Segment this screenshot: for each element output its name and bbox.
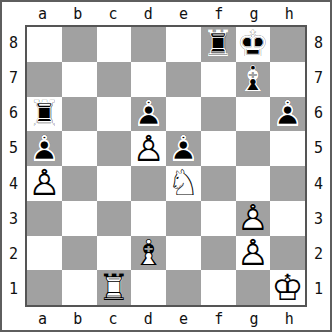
square-h8[interactable] xyxy=(270,27,305,62)
square-g6[interactable] xyxy=(236,97,271,132)
black-pawn-fill-glyph: ♟ xyxy=(27,131,62,166)
rank-label-right-5: 5 xyxy=(307,131,330,166)
black-pawn-outline-glyph: ♙ xyxy=(166,131,201,166)
black-rook-outline-glyph: ♖ xyxy=(27,97,62,132)
square-g3[interactable]: ♟♙ xyxy=(236,201,271,236)
square-g7[interactable]: ♝♗ xyxy=(236,62,271,97)
file-label-top-a: a xyxy=(25,2,60,25)
file-label-bottom-f: f xyxy=(201,307,236,330)
rank-label-left-2: 2 xyxy=(2,237,25,272)
square-c6[interactable] xyxy=(97,97,132,132)
square-h2[interactable] xyxy=(270,236,305,271)
square-d8[interactable] xyxy=(131,27,166,62)
file-label-top-d: d xyxy=(131,2,166,25)
white-rook[interactable]: ♜♖ xyxy=(97,270,132,305)
square-a6[interactable]: ♜♖ xyxy=(27,97,62,132)
file-label-top-f: f xyxy=(201,2,236,25)
square-g1[interactable] xyxy=(236,270,271,305)
square-d5[interactable]: ♟♙ xyxy=(131,131,166,166)
square-c4[interactable] xyxy=(97,166,132,201)
square-c2[interactable] xyxy=(97,236,132,271)
rank-labels-left: 87654321 xyxy=(2,25,25,307)
white-pawn-fill-glyph: ♟ xyxy=(236,236,271,271)
square-g4[interactable] xyxy=(236,166,271,201)
square-a1[interactable] xyxy=(27,270,62,305)
rank-label-right-7: 7 xyxy=(307,60,330,95)
file-label-top-c: c xyxy=(96,2,131,25)
file-label-bottom-c: c xyxy=(96,307,131,330)
rank-label-right-4: 4 xyxy=(307,166,330,201)
white-bishop-fill-glyph: ♝ xyxy=(131,236,166,271)
square-b5[interactable] xyxy=(62,131,97,166)
black-bishop[interactable]: ♝♗ xyxy=(236,62,271,97)
square-b1[interactable] xyxy=(62,270,97,305)
square-f3[interactable] xyxy=(201,201,236,236)
black-king[interactable]: ♚♔ xyxy=(236,27,271,62)
square-h7[interactable] xyxy=(270,62,305,97)
square-c3[interactable] xyxy=(97,201,132,236)
square-h3[interactable] xyxy=(270,201,305,236)
file-label-bottom-e: e xyxy=(166,307,201,330)
square-b2[interactable] xyxy=(62,236,97,271)
square-a8[interactable] xyxy=(27,27,62,62)
white-king[interactable]: ♚♔ xyxy=(270,270,305,305)
black-bishop-fill-glyph: ♝ xyxy=(236,62,271,97)
square-c5[interactable] xyxy=(97,131,132,166)
rank-label-right-8: 8 xyxy=(307,25,330,60)
file-label-top-h: h xyxy=(272,2,307,25)
chess-diagram: abcdefgh abcdefgh 87654321 87654321 ♜♖♚♔… xyxy=(0,0,332,332)
rank-label-left-1: 1 xyxy=(2,272,25,307)
white-rook-outline-glyph: ♖ xyxy=(97,270,132,305)
file-label-bottom-b: b xyxy=(60,307,95,330)
black-rook[interactable]: ♜♖ xyxy=(27,97,62,132)
square-b7[interactable] xyxy=(62,62,97,97)
square-f1[interactable] xyxy=(201,270,236,305)
square-h1[interactable]: ♚♔ xyxy=(270,270,305,305)
square-a2[interactable] xyxy=(27,236,62,271)
black-pawn[interactable]: ♟♙ xyxy=(131,97,166,132)
square-g8[interactable]: ♚♔ xyxy=(236,27,271,62)
rank-label-right-6: 6 xyxy=(307,96,330,131)
black-pawn-fill-glyph: ♟ xyxy=(166,131,201,166)
black-rook[interactable]: ♜♖ xyxy=(201,27,236,62)
square-d2[interactable]: ♝♗ xyxy=(131,236,166,271)
white-pawn-outline-glyph: ♙ xyxy=(236,201,271,236)
square-e5[interactable]: ♟♙ xyxy=(166,131,201,166)
square-d3[interactable] xyxy=(131,201,166,236)
white-king-fill-glyph: ♚ xyxy=(270,270,305,305)
black-rook-fill-glyph: ♜ xyxy=(201,27,236,62)
square-f6[interactable] xyxy=(201,97,236,132)
black-king-fill-glyph: ♚ xyxy=(236,27,271,62)
file-label-top-e: e xyxy=(166,2,201,25)
square-f5[interactable] xyxy=(201,131,236,166)
rank-label-right-1: 1 xyxy=(307,272,330,307)
white-pawn[interactable]: ♟♙ xyxy=(236,201,271,236)
white-pawn[interactable]: ♟♙ xyxy=(27,166,62,201)
rank-label-left-8: 8 xyxy=(2,25,25,60)
square-b3[interactable] xyxy=(62,201,97,236)
white-bishop-outline-glyph: ♗ xyxy=(131,236,166,271)
file-labels-top: abcdefgh xyxy=(25,2,307,25)
square-b4[interactable] xyxy=(62,166,97,201)
square-f2[interactable] xyxy=(201,236,236,271)
file-label-bottom-h: h xyxy=(272,307,307,330)
square-h4[interactable] xyxy=(270,166,305,201)
white-pawn[interactable]: ♟♙ xyxy=(236,236,271,271)
black-pawn-outline-glyph: ♙ xyxy=(131,97,166,132)
square-e6[interactable] xyxy=(166,97,201,132)
white-pawn-fill-glyph: ♟ xyxy=(27,166,62,201)
white-pawn[interactable]: ♟♙ xyxy=(131,131,166,166)
square-a7[interactable] xyxy=(27,62,62,97)
white-rook-fill-glyph: ♜ xyxy=(97,270,132,305)
black-pawn-fill-glyph: ♟ xyxy=(270,97,305,132)
square-c8[interactable] xyxy=(97,27,132,62)
black-pawn-outline-glyph: ♙ xyxy=(27,131,62,166)
white-pawn-fill-glyph: ♟ xyxy=(131,131,166,166)
white-king-outline-glyph: ♔ xyxy=(270,270,305,305)
rank-label-right-2: 2 xyxy=(307,237,330,272)
square-d7[interactable] xyxy=(131,62,166,97)
black-pawn-outline-glyph: ♙ xyxy=(270,97,305,132)
rank-label-left-4: 4 xyxy=(2,166,25,201)
black-pawn[interactable]: ♟♙ xyxy=(27,131,62,166)
file-label-bottom-g: g xyxy=(237,307,272,330)
white-pawn-outline-glyph: ♙ xyxy=(236,236,271,271)
white-bishop[interactable]: ♝♗ xyxy=(131,236,166,271)
square-f8[interactable]: ♜♖ xyxy=(201,27,236,62)
rank-label-left-5: 5 xyxy=(2,131,25,166)
black-bishop-outline-glyph: ♗ xyxy=(236,62,271,97)
black-king-outline-glyph: ♔ xyxy=(236,27,271,62)
black-pawn[interactable]: ♟♙ xyxy=(270,97,305,132)
square-c7[interactable] xyxy=(97,62,132,97)
white-knight[interactable]: ♞♘ xyxy=(166,166,201,201)
black-pawn-fill-glyph: ♟ xyxy=(131,97,166,132)
file-label-top-g: g xyxy=(237,2,272,25)
square-a4[interactable]: ♟♙ xyxy=(27,166,62,201)
square-d4[interactable] xyxy=(131,166,166,201)
square-a3[interactable] xyxy=(27,201,62,236)
square-e3[interactable] xyxy=(166,201,201,236)
square-e2[interactable] xyxy=(166,236,201,271)
white-pawn-fill-glyph: ♟ xyxy=(236,201,271,236)
file-label-top-b: b xyxy=(60,2,95,25)
square-e4[interactable]: ♞♘ xyxy=(166,166,201,201)
white-knight-outline-glyph: ♘ xyxy=(166,166,201,201)
square-h6[interactable]: ♟♙ xyxy=(270,97,305,132)
square-a5[interactable]: ♟♙ xyxy=(27,131,62,166)
square-e1[interactable] xyxy=(166,270,201,305)
square-h5[interactable] xyxy=(270,131,305,166)
square-f4[interactable] xyxy=(201,166,236,201)
square-g2[interactable]: ♟♙ xyxy=(236,236,271,271)
black-pawn[interactable]: ♟♙ xyxy=(166,131,201,166)
white-pawn-outline-glyph: ♙ xyxy=(27,166,62,201)
rank-label-left-7: 7 xyxy=(2,60,25,95)
square-g5[interactable] xyxy=(236,131,271,166)
square-b8[interactable] xyxy=(62,27,97,62)
rank-labels-right: 87654321 xyxy=(307,25,330,307)
square-c1[interactable]: ♜♖ xyxy=(97,270,132,305)
black-rook-outline-glyph: ♖ xyxy=(201,27,236,62)
board: ♜♖♚♔♝♗♜♖♟♙♟♙♟♙♟♙♟♙♟♙♞♘♟♙♝♗♟♙♜♖♚♔ xyxy=(25,25,307,307)
file-label-bottom-a: a xyxy=(25,307,60,330)
square-d1[interactable] xyxy=(131,270,166,305)
file-label-bottom-d: d xyxy=(131,307,166,330)
square-d6[interactable]: ♟♙ xyxy=(131,97,166,132)
rank-label-right-3: 3 xyxy=(307,201,330,236)
square-b6[interactable] xyxy=(62,97,97,132)
black-rook-fill-glyph: ♜ xyxy=(27,97,62,132)
square-f7[interactable] xyxy=(201,62,236,97)
file-labels-bottom: abcdefgh xyxy=(25,307,307,330)
white-knight-fill-glyph: ♞ xyxy=(166,166,201,201)
rank-label-left-3: 3 xyxy=(2,201,25,236)
white-pawn-outline-glyph: ♙ xyxy=(131,131,166,166)
rank-label-left-6: 6 xyxy=(2,96,25,131)
square-e7[interactable] xyxy=(166,62,201,97)
square-e8[interactable] xyxy=(166,27,201,62)
